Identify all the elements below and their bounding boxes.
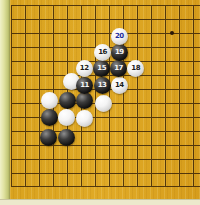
stone-white[interactable] bbox=[41, 92, 58, 109]
grid-cell[interactable] bbox=[137, 173, 151, 187]
grid-cell[interactable] bbox=[95, 117, 109, 131]
grid-cell[interactable] bbox=[11, 131, 25, 145]
grid-cell[interactable] bbox=[25, 19, 39, 33]
stone-white-move-16[interactable]: 16 bbox=[94, 44, 111, 61]
grid-cell[interactable] bbox=[193, 5, 200, 19]
grid-cell[interactable] bbox=[109, 145, 123, 159]
grid-cell[interactable] bbox=[137, 159, 151, 173]
grid-cell[interactable] bbox=[193, 159, 200, 173]
grid-cell[interactable] bbox=[151, 117, 165, 131]
grid-cell[interactable] bbox=[165, 145, 179, 159]
grid-cell[interactable] bbox=[137, 33, 151, 47]
grid-cell[interactable] bbox=[53, 19, 67, 33]
grid-cell[interactable] bbox=[137, 5, 151, 19]
grid-cell[interactable] bbox=[165, 117, 179, 131]
grid-cell[interactable] bbox=[193, 117, 200, 131]
grid-cell[interactable] bbox=[151, 131, 165, 145]
move-number: 13 bbox=[98, 82, 107, 89]
grid-cell[interactable] bbox=[151, 75, 165, 89]
stone-black-move-11[interactable]: 11 bbox=[76, 77, 93, 94]
stone-white[interactable] bbox=[76, 110, 93, 127]
grid-cell[interactable] bbox=[137, 19, 151, 33]
grid-cell[interactable] bbox=[67, 19, 81, 33]
star-point bbox=[170, 31, 174, 35]
grid-cell[interactable] bbox=[25, 75, 39, 89]
grid-cell[interactable] bbox=[25, 103, 39, 117]
grid-cell[interactable] bbox=[179, 5, 193, 19]
grid-cell[interactable] bbox=[39, 19, 53, 33]
stone-black[interactable] bbox=[58, 129, 75, 146]
grid-cell[interactable] bbox=[39, 145, 53, 159]
grid-cell[interactable] bbox=[11, 89, 25, 103]
grid-cell[interactable] bbox=[123, 145, 137, 159]
grid-cell[interactable] bbox=[151, 61, 165, 75]
grid-cell[interactable] bbox=[165, 33, 179, 47]
grid-cell[interactable] bbox=[151, 89, 165, 103]
grid-cell[interactable] bbox=[123, 5, 137, 19]
grid-cell[interactable] bbox=[95, 173, 109, 187]
grid-cell[interactable] bbox=[151, 5, 165, 19]
grid-cell[interactable] bbox=[81, 47, 95, 61]
grid-cell[interactable] bbox=[95, 131, 109, 145]
stone-white[interactable] bbox=[58, 109, 75, 126]
grid-cell[interactable] bbox=[39, 75, 53, 89]
grid-cell[interactable] bbox=[95, 5, 109, 19]
grid-cell[interactable] bbox=[11, 75, 25, 89]
grid-cell[interactable] bbox=[165, 5, 179, 19]
grid-cell[interactable] bbox=[137, 47, 151, 61]
move-number: 15 bbox=[97, 65, 106, 72]
grid-cell[interactable] bbox=[109, 159, 123, 173]
grid-cell[interactable] bbox=[25, 61, 39, 75]
grid-cell[interactable] bbox=[109, 131, 123, 145]
grid-cell[interactable] bbox=[67, 173, 81, 187]
grid-cell[interactable] bbox=[53, 173, 67, 187]
stone-white-move-20[interactable]: 20 bbox=[111, 28, 128, 45]
grid-cell[interactable] bbox=[137, 145, 151, 159]
grid-cell[interactable] bbox=[193, 145, 200, 159]
grid-cell[interactable] bbox=[165, 47, 179, 61]
grid-cell[interactable] bbox=[11, 61, 25, 75]
move-number: 19 bbox=[115, 49, 124, 56]
grid-cell[interactable] bbox=[81, 131, 95, 145]
grid-cell[interactable] bbox=[179, 19, 193, 33]
grid-cell[interactable] bbox=[123, 131, 137, 145]
grid-cell[interactable] bbox=[25, 145, 39, 159]
grid-cell[interactable] bbox=[179, 61, 193, 75]
grid-cell[interactable] bbox=[193, 19, 200, 33]
grid-cell[interactable] bbox=[151, 145, 165, 159]
move-number: 16 bbox=[98, 49, 107, 56]
grid-cell[interactable] bbox=[67, 159, 81, 173]
grid-cell[interactable] bbox=[151, 159, 165, 173]
stone-white-move-12[interactable]: 12 bbox=[76, 60, 93, 77]
grid-cell[interactable] bbox=[179, 33, 193, 47]
grid-cell[interactable] bbox=[95, 159, 109, 173]
grid-cell[interactable] bbox=[123, 173, 137, 187]
grid-cell[interactable] bbox=[53, 61, 67, 75]
grid-cell[interactable] bbox=[53, 145, 67, 159]
stone-white-move-14[interactable]: 14 bbox=[111, 77, 128, 94]
grid-cell[interactable] bbox=[137, 89, 151, 103]
grid-cell[interactable] bbox=[165, 89, 179, 103]
grid-cell[interactable] bbox=[11, 47, 25, 61]
goban[interactable]: 11121314151617181920 bbox=[10, 0, 200, 199]
move-number: 17 bbox=[114, 65, 123, 72]
grid-cell[interactable] bbox=[179, 89, 193, 103]
grid-cell[interactable] bbox=[151, 33, 165, 47]
grid-cell[interactable] bbox=[179, 103, 193, 117]
grid-cell[interactable] bbox=[95, 145, 109, 159]
grid-cell[interactable] bbox=[25, 47, 39, 61]
grid-cell[interactable] bbox=[123, 117, 137, 131]
grid-cell[interactable] bbox=[109, 5, 123, 19]
grid-cell[interactable] bbox=[25, 159, 39, 173]
grid-cell[interactable] bbox=[123, 103, 137, 117]
move-number: 12 bbox=[80, 65, 89, 72]
grid-cell[interactable] bbox=[179, 159, 193, 173]
grid-cell[interactable] bbox=[25, 5, 39, 19]
grid-cell[interactable] bbox=[25, 117, 39, 131]
grid-cell[interactable] bbox=[67, 33, 81, 47]
grid-cell[interactable] bbox=[179, 117, 193, 131]
grid-cell[interactable] bbox=[53, 47, 67, 61]
grid-cell[interactable] bbox=[25, 173, 39, 187]
go-board-screenshot: 11121314151617181920 bbox=[0, 0, 200, 205]
grid-cell[interactable] bbox=[165, 103, 179, 117]
grid-cell[interactable] bbox=[11, 159, 25, 173]
stone-black-move-13[interactable]: 13 bbox=[94, 77, 111, 94]
stone-black[interactable] bbox=[59, 92, 76, 109]
grid-cell[interactable] bbox=[165, 131, 179, 145]
grid-cell[interactable] bbox=[109, 117, 123, 131]
grid-cell[interactable] bbox=[193, 173, 200, 187]
grid-cell[interactable] bbox=[53, 159, 67, 173]
grid-cell[interactable] bbox=[151, 173, 165, 187]
board-bottom-margin bbox=[0, 199, 200, 205]
stone-black-move-15[interactable]: 15 bbox=[93, 60, 110, 77]
grid-cell[interactable] bbox=[165, 173, 179, 187]
grid-cell[interactable] bbox=[11, 117, 25, 131]
grid-cell[interactable] bbox=[151, 47, 165, 61]
move-number: 11 bbox=[80, 82, 89, 89]
grid-cell[interactable] bbox=[39, 33, 53, 47]
grid-cell[interactable] bbox=[179, 47, 193, 61]
grid-cell[interactable] bbox=[11, 103, 25, 117]
grid-cell[interactable] bbox=[193, 131, 200, 145]
move-number: 20 bbox=[115, 33, 124, 40]
grid-cell[interactable] bbox=[67, 47, 81, 61]
grid-cell[interactable] bbox=[123, 159, 137, 173]
grid-cell[interactable] bbox=[11, 5, 25, 19]
move-number: 18 bbox=[131, 65, 140, 72]
grid-cell[interactable] bbox=[53, 5, 67, 19]
move-number: 14 bbox=[115, 82, 124, 89]
grid-cell[interactable] bbox=[109, 173, 123, 187]
grid-cell[interactable] bbox=[193, 89, 200, 103]
grid-cell[interactable] bbox=[137, 75, 151, 89]
grid-cell[interactable] bbox=[165, 75, 179, 89]
stone-black[interactable] bbox=[40, 129, 57, 146]
grid-cell[interactable] bbox=[193, 47, 200, 61]
grid-cell[interactable] bbox=[81, 19, 95, 33]
grid-cell[interactable] bbox=[151, 19, 165, 33]
grid-cell[interactable] bbox=[25, 89, 39, 103]
grid-cell[interactable] bbox=[67, 5, 81, 19]
grid-cell[interactable] bbox=[179, 131, 193, 145]
grid-cell[interactable] bbox=[179, 75, 193, 89]
stone-black[interactable] bbox=[76, 92, 93, 109]
grid-cell[interactable] bbox=[193, 33, 200, 47]
grid-cell[interactable] bbox=[137, 117, 151, 131]
grid-cell[interactable] bbox=[179, 173, 193, 187]
grid-cell[interactable] bbox=[137, 103, 151, 117]
grid-cell[interactable] bbox=[81, 33, 95, 47]
grid-cell[interactable] bbox=[39, 47, 53, 61]
grid-cell[interactable] bbox=[11, 145, 25, 159]
grid-cell[interactable] bbox=[53, 33, 67, 47]
grid-cell[interactable] bbox=[193, 103, 200, 117]
stone-black[interactable] bbox=[41, 109, 58, 126]
grid-cell[interactable] bbox=[11, 19, 25, 33]
grid-cell[interactable] bbox=[39, 5, 53, 19]
grid-cell[interactable] bbox=[25, 131, 39, 145]
stone-white-move-18[interactable]: 18 bbox=[127, 60, 144, 77]
grid-cell[interactable] bbox=[81, 145, 95, 159]
grid-cell[interactable] bbox=[165, 159, 179, 173]
grid-cell[interactable] bbox=[81, 173, 95, 187]
grid-cell[interactable] bbox=[165, 61, 179, 75]
grid-cell[interactable] bbox=[193, 75, 200, 89]
grid-cell[interactable] bbox=[67, 145, 81, 159]
grid-cell[interactable] bbox=[193, 61, 200, 75]
grid-cell[interactable] bbox=[151, 103, 165, 117]
grid-cell[interactable] bbox=[95, 19, 109, 33]
grid-cell[interactable] bbox=[39, 61, 53, 75]
grid-cell[interactable] bbox=[179, 145, 193, 159]
grid-cell[interactable] bbox=[39, 159, 53, 173]
stone-black-move-19[interactable]: 19 bbox=[111, 44, 128, 61]
grid-cell[interactable] bbox=[39, 173, 53, 187]
stone-white[interactable] bbox=[95, 95, 112, 112]
grid-cell[interactable] bbox=[81, 159, 95, 173]
grid-cell[interactable] bbox=[81, 5, 95, 19]
grid-cell[interactable] bbox=[11, 33, 25, 47]
board-left-edge bbox=[0, 0, 10, 199]
stone-black-move-17[interactable]: 17 bbox=[110, 60, 127, 77]
grid-cell[interactable] bbox=[11, 173, 25, 187]
grid-cell[interactable] bbox=[137, 131, 151, 145]
grid-cell[interactable] bbox=[25, 33, 39, 47]
